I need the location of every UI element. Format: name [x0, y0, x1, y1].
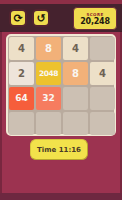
- score-value: 20,248: [80, 17, 110, 26]
- empty-cell: [90, 112, 115, 135]
- tile-4: 4: [63, 37, 88, 60]
- game-screen: ⟳ ↺ SCORE 20,248 48422048846432 Time 11:…: [0, 0, 122, 200]
- empty-cell: [63, 112, 88, 135]
- undo-icon: ↺: [36, 13, 45, 24]
- tile-4: 4: [9, 37, 34, 60]
- tile-64: 64: [9, 87, 34, 110]
- score-box: SCORE 20,248: [73, 7, 117, 30]
- undo-button[interactable]: ↺: [32, 9, 50, 27]
- tile-2: 2: [9, 62, 34, 85]
- tile-8: 8: [63, 62, 88, 85]
- tile-2048: 2048: [36, 62, 61, 85]
- empty-cell: [63, 87, 88, 110]
- empty-cell: [90, 37, 115, 60]
- board-grid[interactable]: 48422048846432: [8, 36, 114, 134]
- tile-8: 8: [36, 37, 61, 60]
- restart-icon: ⟳: [13, 13, 22, 24]
- bottom-bar: [0, 193, 122, 200]
- restart-button[interactable]: ⟳: [9, 9, 27, 27]
- empty-cell: [9, 112, 34, 135]
- tile-32: 32: [36, 87, 61, 110]
- right-edge-vignette: [120, 31, 122, 193]
- top-toolbar: ⟳ ↺ SCORE 20,248: [0, 4, 122, 32]
- empty-cell: [90, 87, 115, 110]
- tile-4: 4: [90, 62, 115, 85]
- empty-cell: [36, 112, 61, 135]
- time-display: Time 11:16: [30, 139, 88, 160]
- left-edge-vignette: [0, 31, 2, 193]
- time-label: Time 11:16: [37, 146, 81, 154]
- board-frame: 48422048846432: [6, 34, 116, 136]
